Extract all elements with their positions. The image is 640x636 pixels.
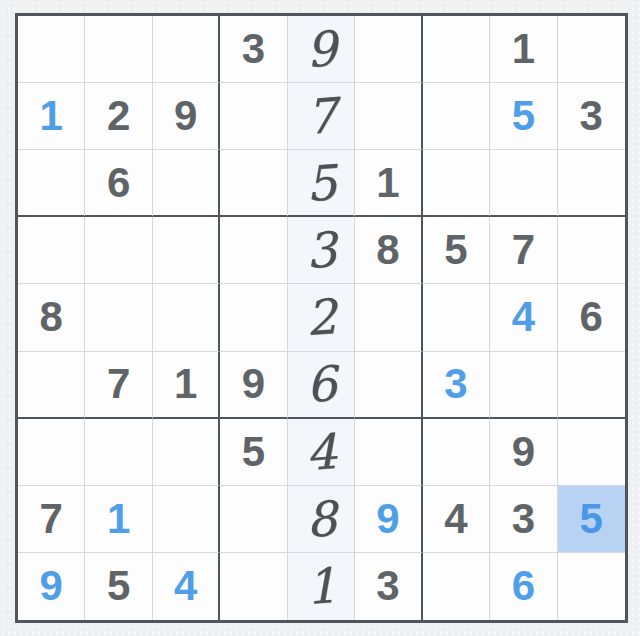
cell-r2c5[interactable]: 7 [288, 83, 355, 150]
cell-r8c5[interactable]: 8 [288, 486, 355, 553]
user-digit: 4 [174, 565, 197, 607]
given-digit: 8 [40, 296, 63, 338]
cell-r6c4[interactable]: 9 [220, 352, 287, 419]
cell-r5c9[interactable]: 6 [558, 284, 625, 351]
cell-r1c6[interactable] [355, 16, 422, 83]
cell-r2c4[interactable] [220, 83, 287, 150]
given-digit: 6 [580, 296, 603, 338]
cell-r1c8[interactable]: 1 [490, 16, 557, 83]
given-digit: 6 [107, 162, 130, 204]
cell-r5c6[interactable] [355, 284, 422, 351]
cell-r8c7[interactable]: 4 [423, 486, 490, 553]
cell-r9c9[interactable] [558, 553, 625, 620]
cell-r8c4[interactable] [220, 486, 287, 553]
cell-r2c1[interactable]: 1 [18, 83, 85, 150]
given-digit: 1 [376, 162, 399, 204]
given-digit: 7 [512, 229, 535, 271]
handwritten-digit: 7 [304, 91, 338, 141]
handwritten-digit: 1 [304, 561, 338, 611]
user-digit: 3 [444, 363, 467, 405]
cell-r4c1[interactable] [18, 217, 85, 284]
cell-r3c1[interactable] [18, 150, 85, 217]
cell-r7c5[interactable]: 4 [288, 419, 355, 486]
cell-r5c3[interactable] [153, 284, 220, 351]
given-digit: 3 [242, 28, 265, 70]
cell-r5c1[interactable]: 8 [18, 284, 85, 351]
cell-r9c4[interactable] [220, 553, 287, 620]
cell-r8c9[interactable]: 5 [558, 486, 625, 553]
cell-r6c7[interactable]: 3 [423, 352, 490, 419]
cell-r3c9[interactable] [558, 150, 625, 217]
user-digit: 1 [40, 95, 63, 137]
user-digit: 1 [107, 498, 130, 540]
cell-r4c6[interactable]: 8 [355, 217, 422, 284]
given-digit: 9 [174, 95, 197, 137]
given-digit: 5 [242, 431, 265, 473]
cell-r5c2[interactable] [85, 284, 152, 351]
given-digit: 3 [376, 565, 399, 607]
cell-r6c6[interactable] [355, 352, 422, 419]
cell-r8c6[interactable]: 9 [355, 486, 422, 553]
cell-r2c6[interactable] [355, 83, 422, 150]
cell-r1c3[interactable] [153, 16, 220, 83]
handwritten-digit: 5 [304, 158, 338, 208]
cell-r8c3[interactable] [153, 486, 220, 553]
cell-r5c4[interactable] [220, 284, 287, 351]
handwritten-digit: 3 [304, 225, 338, 275]
cell-r3c4[interactable] [220, 150, 287, 217]
given-digit: 5 [444, 229, 467, 271]
cell-r4c7[interactable]: 5 [423, 217, 490, 284]
cell-r6c2[interactable]: 7 [85, 352, 152, 419]
cell-r6c5[interactable]: 6 [288, 352, 355, 419]
cell-r9c5[interactable]: 1 [288, 553, 355, 620]
cell-r7c7[interactable] [423, 419, 490, 486]
given-digit: 1 [512, 28, 535, 70]
cell-r4c3[interactable] [153, 217, 220, 284]
given-digit: 8 [376, 229, 399, 271]
handwritten-digit: 8 [304, 494, 338, 544]
cell-r5c5[interactable]: 2 [288, 284, 355, 351]
page-background: { "game": { "name": "sudoku", "grid_size… [0, 0, 640, 636]
user-digit: 9 [376, 498, 399, 540]
cell-r3c3[interactable] [153, 150, 220, 217]
cell-r7c2[interactable] [85, 419, 152, 486]
cell-r9c3[interactable]: 4 [153, 553, 220, 620]
given-digit: 3 [580, 95, 603, 137]
cell-r1c2[interactable] [85, 16, 152, 83]
cell-r2c2[interactable]: 2 [85, 83, 152, 150]
handwritten-digit: 2 [304, 292, 338, 342]
cell-r3c5[interactable]: 5 [288, 150, 355, 217]
cell-r2c9[interactable]: 3 [558, 83, 625, 150]
cell-r1c9[interactable] [558, 16, 625, 83]
given-digit: 5 [107, 565, 130, 607]
sudoku-board: 3911297536513857824671963549718943595413… [15, 13, 628, 623]
user-digit: 4 [512, 296, 535, 338]
cell-r6c3[interactable]: 1 [153, 352, 220, 419]
cell-r9c2[interactable]: 5 [85, 553, 152, 620]
cell-r4c8[interactable]: 7 [490, 217, 557, 284]
cell-r8c2[interactable]: 1 [85, 486, 152, 553]
cell-r6c8[interactable] [490, 352, 557, 419]
cell-r5c8[interactable]: 4 [490, 284, 557, 351]
cell-r9c8[interactable]: 6 [490, 553, 557, 620]
cell-r8c8[interactable]: 3 [490, 486, 557, 553]
cell-r3c8[interactable] [490, 150, 557, 217]
cell-r3c7[interactable] [423, 150, 490, 217]
cell-r3c6[interactable]: 1 [355, 150, 422, 217]
cell-r9c7[interactable] [423, 553, 490, 620]
cell-r5c7[interactable] [423, 284, 490, 351]
given-digit: 2 [107, 95, 130, 137]
cell-r1c1[interactable] [18, 16, 85, 83]
cell-r4c2[interactable] [85, 217, 152, 284]
user-digit: 6 [512, 565, 535, 607]
user-digit: 5 [512, 95, 535, 137]
given-digit: 1 [174, 363, 197, 405]
cell-r7c1[interactable] [18, 419, 85, 486]
cell-r7c6[interactable] [355, 419, 422, 486]
given-digit: 7 [40, 498, 63, 540]
cell-r8c1[interactable]: 7 [18, 486, 85, 553]
given-digit: 4 [444, 498, 467, 540]
given-digit: 3 [512, 498, 535, 540]
cell-r1c4[interactable]: 3 [220, 16, 287, 83]
cell-r2c3[interactable]: 9 [153, 83, 220, 150]
handwritten-digit: 9 [304, 24, 338, 74]
cell-r4c9[interactable] [558, 217, 625, 284]
handwritten-digit: 6 [304, 359, 338, 409]
cell-r6c9[interactable] [558, 352, 625, 419]
cell-r1c7[interactable] [423, 16, 490, 83]
cell-r2c7[interactable] [423, 83, 490, 150]
user-digit: 5 [580, 498, 603, 540]
cell-r9c1[interactable]: 9 [18, 553, 85, 620]
given-digit: 7 [107, 363, 130, 405]
cell-r7c3[interactable] [153, 419, 220, 486]
cell-r7c9[interactable] [558, 419, 625, 486]
given-digit: 9 [512, 431, 535, 473]
cell-r7c8[interactable]: 9 [490, 419, 557, 486]
given-digit: 9 [242, 363, 265, 405]
cell-r1c5[interactable]: 9 [288, 16, 355, 83]
cell-r9c6[interactable]: 3 [355, 553, 422, 620]
user-digit: 9 [40, 565, 63, 607]
cell-r3c2[interactable]: 6 [85, 150, 152, 217]
cell-r6c1[interactable] [18, 352, 85, 419]
handwritten-digit: 4 [304, 427, 338, 477]
cell-r7c4[interactable]: 5 [220, 419, 287, 486]
cell-r2c8[interactable]: 5 [490, 83, 557, 150]
cell-r4c4[interactable] [220, 217, 287, 284]
cell-r4c5[interactable]: 3 [288, 217, 355, 284]
